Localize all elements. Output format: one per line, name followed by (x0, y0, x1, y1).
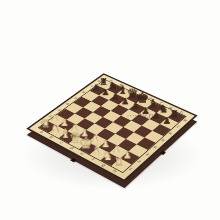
chess-board: abcdefgh abcdefgh 87654321 87654321 ♜♞♝♛… (26, 73, 197, 181)
piece-white-pawn: ♟ (101, 140, 109, 149)
square-g4 (126, 132, 145, 144)
board-frame: abcdefgh abcdefgh 87654321 87654321 ♜♞♝♛… (29, 75, 195, 180)
piece-white-pawn: ♟ (50, 114, 58, 123)
board-top: abcdefgh abcdefgh 87654321 87654321 ♜♞♝♛… (26, 73, 197, 181)
piece-black-pawn: ♟ (91, 84, 99, 92)
board-field: ♜♞♝♛♚♝♞♜♟♟♟♟♟♟♟♟♟♟♟♟♟♟♟♟♜♞♝♛♚♝♞♜ (39, 80, 185, 172)
piece-black-rook: ♜ (99, 78, 107, 87)
clasp-icon (160, 151, 166, 155)
piece-white-rook: ♜ (41, 119, 50, 129)
clasp-icon (70, 158, 77, 162)
watermark: ·····ty.ru (127, 112, 157, 120)
product-photo-chess-set: abcdefgh abcdefgh 87654321 87654321 ♜♞♝♛… (0, 0, 220, 220)
scene: abcdefgh abcdefgh 87654321 87654321 ♜♞♝♛… (0, 0, 220, 220)
square-f1: ♝ (90, 147, 109, 160)
